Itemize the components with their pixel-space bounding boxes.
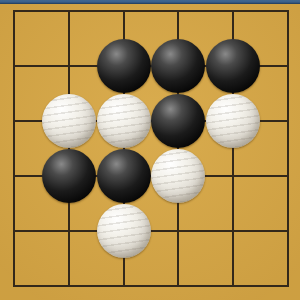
white-stone xyxy=(97,94,151,148)
black-stone xyxy=(97,149,151,203)
window-edge-bar xyxy=(0,0,300,4)
grid-line-horizontal xyxy=(13,10,289,12)
black-stone xyxy=(151,94,205,148)
grid-line-horizontal xyxy=(13,285,289,287)
black-stone xyxy=(206,39,260,93)
black-stone xyxy=(42,149,96,203)
black-stone xyxy=(151,39,205,93)
black-stone xyxy=(97,39,151,93)
grid-line-horizontal xyxy=(13,230,289,232)
grid-line-vertical xyxy=(13,10,15,287)
white-stone xyxy=(97,204,151,258)
white-stone xyxy=(206,94,260,148)
white-stone xyxy=(42,94,96,148)
go-board[interactable] xyxy=(0,4,300,300)
grid-line-vertical xyxy=(287,10,289,287)
go-app-screen xyxy=(0,0,300,300)
white-stone xyxy=(151,149,205,203)
